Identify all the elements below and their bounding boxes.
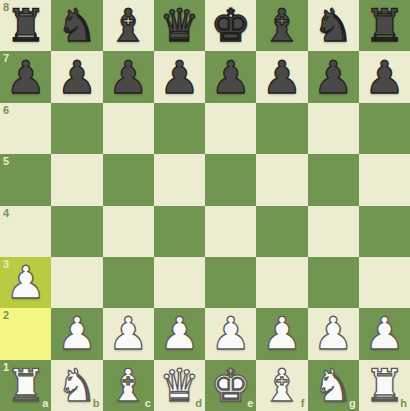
square-g2[interactable]: ♟	[308, 308, 359, 359]
square-d3[interactable]	[154, 257, 205, 308]
chess-board: 8♜♞♝♛♚♝♞♜7♟♟♟♟♟♟♟♟6543♟2♟♟♟♟♟♟♟1a♜b♞c♝d♛…	[0, 0, 410, 411]
white-pawn[interactable]: ♟	[0, 257, 51, 308]
square-b2[interactable]: ♟	[51, 308, 102, 359]
white-knight[interactable]: ♞	[51, 360, 102, 411]
square-b6[interactable]	[51, 103, 102, 154]
black-knight[interactable]: ♞	[51, 0, 102, 51]
black-pawn[interactable]: ♟	[359, 51, 410, 102]
square-a8[interactable]: 8♜	[0, 0, 51, 51]
rank-label-6: 6	[3, 105, 9, 116]
black-pawn[interactable]: ♟	[205, 51, 256, 102]
white-pawn[interactable]: ♟	[205, 308, 256, 359]
square-g8[interactable]: ♞	[308, 0, 359, 51]
square-a3[interactable]: 3♟	[0, 257, 51, 308]
square-f1[interactable]: f♝	[256, 360, 307, 411]
black-pawn[interactable]: ♟	[103, 51, 154, 102]
square-c8[interactable]: ♝	[103, 0, 154, 51]
square-e4[interactable]	[205, 206, 256, 257]
square-c6[interactable]	[103, 103, 154, 154]
square-g7[interactable]: ♟	[308, 51, 359, 102]
black-rook[interactable]: ♜	[359, 0, 410, 51]
square-e8[interactable]: ♚	[205, 0, 256, 51]
square-a1[interactable]: 1a♜	[0, 360, 51, 411]
square-e3[interactable]	[205, 257, 256, 308]
white-pawn[interactable]: ♟	[256, 308, 307, 359]
square-c7[interactable]: ♟	[103, 51, 154, 102]
square-c5[interactable]	[103, 154, 154, 205]
square-d8[interactable]: ♛	[154, 0, 205, 51]
square-d5[interactable]	[154, 154, 205, 205]
black-king[interactable]: ♚	[205, 0, 256, 51]
white-bishop[interactable]: ♝	[256, 360, 307, 411]
square-a7[interactable]: 7♟	[0, 51, 51, 102]
square-e2[interactable]: ♟	[205, 308, 256, 359]
square-f8[interactable]: ♝	[256, 0, 307, 51]
black-bishop[interactable]: ♝	[103, 0, 154, 51]
white-queen[interactable]: ♛	[154, 360, 205, 411]
square-e1[interactable]: e♚	[205, 360, 256, 411]
square-c4[interactable]	[103, 206, 154, 257]
white-king[interactable]: ♚	[205, 360, 256, 411]
white-pawn[interactable]: ♟	[103, 308, 154, 359]
square-h4[interactable]	[359, 206, 410, 257]
black-pawn[interactable]: ♟	[256, 51, 307, 102]
white-pawn[interactable]: ♟	[308, 308, 359, 359]
black-knight[interactable]: ♞	[308, 0, 359, 51]
square-f2[interactable]: ♟	[256, 308, 307, 359]
square-g3[interactable]	[308, 257, 359, 308]
square-c2[interactable]: ♟	[103, 308, 154, 359]
square-g6[interactable]	[308, 103, 359, 154]
white-rook[interactable]: ♜	[359, 360, 410, 411]
square-d6[interactable]	[154, 103, 205, 154]
white-knight[interactable]: ♞	[308, 360, 359, 411]
black-pawn[interactable]: ♟	[0, 51, 51, 102]
square-d4[interactable]	[154, 206, 205, 257]
white-pawn[interactable]: ♟	[154, 308, 205, 359]
square-b4[interactable]	[51, 206, 102, 257]
black-pawn[interactable]: ♟	[51, 51, 102, 102]
square-h3[interactable]	[359, 257, 410, 308]
black-pawn[interactable]: ♟	[154, 51, 205, 102]
square-e7[interactable]: ♟	[205, 51, 256, 102]
square-c1[interactable]: c♝	[103, 360, 154, 411]
square-f5[interactable]	[256, 154, 307, 205]
square-g1[interactable]: g♞	[308, 360, 359, 411]
square-a6[interactable]: 6	[0, 103, 51, 154]
black-queen[interactable]: ♛	[154, 0, 205, 51]
white-rook[interactable]: ♜	[0, 360, 51, 411]
square-h6[interactable]	[359, 103, 410, 154]
square-g5[interactable]	[308, 154, 359, 205]
square-b8[interactable]: ♞	[51, 0, 102, 51]
square-h2[interactable]: ♟	[359, 308, 410, 359]
square-b1[interactable]: b♞	[51, 360, 102, 411]
square-d1[interactable]: d♛	[154, 360, 205, 411]
white-bishop[interactable]: ♝	[103, 360, 154, 411]
square-b5[interactable]	[51, 154, 102, 205]
square-f3[interactable]	[256, 257, 307, 308]
black-bishop[interactable]: ♝	[256, 0, 307, 51]
square-h1[interactable]: h♜	[359, 360, 410, 411]
square-f7[interactable]: ♟	[256, 51, 307, 102]
square-a5[interactable]: 5	[0, 154, 51, 205]
square-h8[interactable]: ♜	[359, 0, 410, 51]
square-g4[interactable]	[308, 206, 359, 257]
white-pawn[interactable]: ♟	[359, 308, 410, 359]
square-a2[interactable]: 2	[0, 308, 51, 359]
square-h7[interactable]: ♟	[359, 51, 410, 102]
rank-label-5: 5	[3, 156, 9, 167]
square-f6[interactable]	[256, 103, 307, 154]
square-d7[interactable]: ♟	[154, 51, 205, 102]
square-h5[interactable]	[359, 154, 410, 205]
square-e5[interactable]	[205, 154, 256, 205]
black-pawn[interactable]: ♟	[308, 51, 359, 102]
square-b3[interactable]	[51, 257, 102, 308]
square-a4[interactable]: 4	[0, 206, 51, 257]
square-c3[interactable]	[103, 257, 154, 308]
white-pawn[interactable]: ♟	[51, 308, 102, 359]
square-b7[interactable]: ♟	[51, 51, 102, 102]
rank-label-4: 4	[3, 208, 9, 219]
black-rook[interactable]: ♜	[0, 0, 51, 51]
square-d2[interactable]: ♟	[154, 308, 205, 359]
square-f4[interactable]	[256, 206, 307, 257]
square-e6[interactable]	[205, 103, 256, 154]
rank-label-2: 2	[3, 310, 9, 321]
